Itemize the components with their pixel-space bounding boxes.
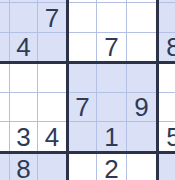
cell-r7c1[interactable]	[0, 154, 9, 180]
cell-r4c2[interactable]	[10, 64, 37, 92]
cell-r3c3[interactable]	[38, 33, 66, 61]
cell-r5c4[interactable]: 7	[69, 93, 96, 121]
cell-r1c7[interactable]	[159, 0, 175, 2]
cell-r2c4[interactable]	[69, 3, 96, 32]
sudoku-board: 285143978747	[0, 0, 175, 180]
cell-r5c3[interactable]	[38, 93, 66, 121]
cell-r2c2[interactable]	[10, 3, 37, 32]
cell-r2c5[interactable]	[97, 3, 126, 32]
cell-r6c3[interactable]: 4	[38, 122, 66, 151]
cell-r1c2[interactable]	[10, 0, 37, 2]
cell-r7c7[interactable]	[159, 154, 175, 180]
cell-r1c4[interactable]	[69, 0, 96, 2]
cell-r3c1[interactable]	[0, 33, 9, 61]
cell-r4c1[interactable]	[0, 64, 9, 92]
cell-r3c2[interactable]: 4	[10, 33, 37, 61]
cell-r2c1[interactable]	[0, 3, 9, 32]
cell-r3c5[interactable]: 7	[97, 33, 126, 61]
cell-r2c7[interactable]	[159, 3, 175, 32]
cell-r4c6[interactable]	[127, 64, 156, 92]
cell-r7c6[interactable]	[127, 154, 156, 180]
cell-r6c2[interactable]: 3	[10, 122, 37, 151]
cell-r3c4[interactable]	[69, 33, 96, 61]
cell-r1c3[interactable]	[38, 0, 66, 2]
cell-r5c5[interactable]	[97, 93, 126, 121]
cell-r5c1[interactable]	[0, 93, 9, 121]
cell-r7c2[interactable]: 8	[10, 154, 37, 180]
cell-r6c1[interactable]	[0, 122, 9, 151]
cell-r1c1[interactable]	[0, 0, 9, 2]
cell-r4c7[interactable]	[159, 64, 175, 92]
cell-r2c3[interactable]: 7	[38, 3, 66, 32]
cell-r5c6[interactable]: 9	[127, 93, 156, 121]
cell-r7c5[interactable]: 2	[97, 154, 126, 180]
cell-r4c5[interactable]	[97, 64, 126, 92]
cell-r6c7[interactable]: 5	[159, 122, 175, 151]
cell-r4c3[interactable]	[38, 64, 66, 92]
cell-r7c4[interactable]	[69, 154, 96, 180]
cell-r5c2[interactable]	[10, 93, 37, 121]
cell-r1c6[interactable]	[127, 0, 156, 2]
cell-r7c3[interactable]	[38, 154, 66, 180]
cell-r6c5[interactable]: 1	[97, 122, 126, 151]
cell-r4c4[interactable]	[69, 64, 96, 92]
cell-r6c6[interactable]	[127, 122, 156, 151]
cell-r3c6[interactable]	[127, 33, 156, 61]
cell-r5c7[interactable]	[159, 93, 175, 121]
cell-r6c4[interactable]	[69, 122, 96, 151]
cell-r3c7[interactable]: 8	[159, 33, 175, 61]
cell-r2c6[interactable]	[127, 3, 156, 32]
cell-r1c5[interactable]	[97, 0, 126, 2]
